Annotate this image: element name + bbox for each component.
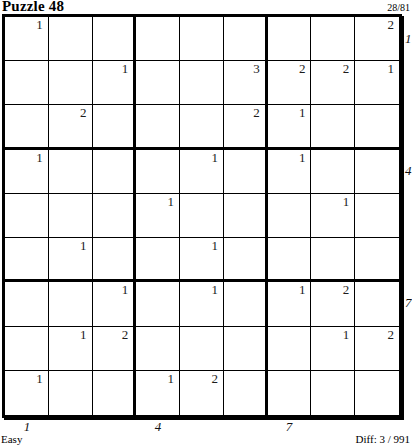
page-title: Puzzle 48: [2, 0, 64, 14]
cell-r8c8[interactable]: 1: [311, 327, 355, 371]
cell-r8c5[interactable]: [180, 327, 224, 371]
puzzle-page: Puzzle 48 28/81 121322122111111111112121…: [0, 0, 412, 446]
row-coordinate-label-7: 7: [405, 296, 412, 309]
cell-r5c4[interactable]: 1: [136, 194, 180, 238]
cell-r4c3[interactable]: [93, 150, 137, 194]
cell-r8c3[interactable]: 2: [93, 327, 137, 371]
cell-r8c4[interactable]: [136, 327, 180, 371]
cell-r9c9[interactable]: [355, 371, 399, 415]
cell-r1c6[interactable]: [224, 17, 268, 61]
cell-r2c3[interactable]: 1: [93, 61, 137, 105]
cell-r3c1[interactable]: [5, 105, 49, 149]
cell-r6c1[interactable]: [5, 238, 49, 282]
cell-r7c6[interactable]: [224, 282, 268, 326]
cell-r9c1[interactable]: 1: [5, 371, 49, 415]
cell-r1c9[interactable]: 2: [355, 17, 399, 61]
column-coordinate-label-4: 4: [155, 420, 162, 433]
cell-r3c9[interactable]: [355, 105, 399, 149]
cell-r9c2[interactable]: [49, 371, 93, 415]
cell-r2c6[interactable]: 3: [224, 61, 268, 105]
cell-r8c7[interactable]: [268, 327, 312, 371]
cell-r5c5[interactable]: [180, 194, 224, 238]
cell-r6c3[interactable]: [93, 238, 137, 282]
cell-r3c6[interactable]: 2: [224, 105, 268, 149]
column-coordinate-label-7: 7: [286, 420, 293, 433]
clue-counter: 28/81: [387, 3, 410, 13]
cell-r7c1[interactable]: [5, 282, 49, 326]
cell-r4c1[interactable]: 1: [5, 150, 49, 194]
cell-r9c3[interactable]: [93, 371, 137, 415]
difficulty-score: Diff: 3 / 991: [356, 433, 411, 445]
cell-r4c6[interactable]: [224, 150, 268, 194]
cell-r9c4[interactable]: 1: [136, 371, 180, 415]
cell-r1c8[interactable]: [311, 17, 355, 61]
cell-r2c8[interactable]: 2: [311, 61, 355, 105]
cell-r2c7[interactable]: 2: [268, 61, 312, 105]
cell-r3c4[interactable]: [136, 105, 180, 149]
cell-r8c9[interactable]: 2: [355, 327, 399, 371]
cell-r7c2[interactable]: [49, 282, 93, 326]
cell-r5c7[interactable]: [268, 194, 312, 238]
cell-r1c1[interactable]: 1: [5, 17, 49, 61]
cell-r4c9[interactable]: [355, 150, 399, 194]
cell-r3c7[interactable]: 1: [268, 105, 312, 149]
cell-r1c3[interactable]: [93, 17, 137, 61]
cell-r9c8[interactable]: [311, 371, 355, 415]
cell-r4c2[interactable]: [49, 150, 93, 194]
cell-r3c3[interactable]: [93, 105, 137, 149]
puzzle-board: 1213221221111111111121212112: [2, 14, 402, 418]
cell-r4c4[interactable]: [136, 150, 180, 194]
cell-r7c8[interactable]: 2: [311, 282, 355, 326]
cell-r8c6[interactable]: [224, 327, 268, 371]
cell-r5c2[interactable]: [49, 194, 93, 238]
column-coordinate-label-1: 1: [24, 420, 31, 433]
cell-r6c2[interactable]: 1: [49, 238, 93, 282]
cell-r4c5[interactable]: 1: [180, 150, 224, 194]
cell-r5c8[interactable]: 1: [311, 194, 355, 238]
cell-r2c1[interactable]: [5, 61, 49, 105]
cell-r4c8[interactable]: [311, 150, 355, 194]
cell-r5c1[interactable]: [5, 194, 49, 238]
cell-r3c2[interactable]: 2: [49, 105, 93, 149]
cell-r1c5[interactable]: [180, 17, 224, 61]
cell-r8c2[interactable]: 1: [49, 327, 93, 371]
cell-r7c3[interactable]: 1: [93, 282, 137, 326]
cell-r1c7[interactable]: [268, 17, 312, 61]
difficulty-label: Easy: [1, 433, 22, 445]
cell-r6c6[interactable]: [224, 238, 268, 282]
cell-r1c4[interactable]: [136, 17, 180, 61]
cell-r6c7[interactable]: [268, 238, 312, 282]
row-coordinate-label-4: 4: [405, 164, 412, 177]
cell-r7c4[interactable]: [136, 282, 180, 326]
cell-r9c7[interactable]: [268, 371, 312, 415]
cell-r3c5[interactable]: [180, 105, 224, 149]
cell-r4c7[interactable]: 1: [268, 150, 312, 194]
cell-r2c4[interactable]: [136, 61, 180, 105]
cell-r6c4[interactable]: [136, 238, 180, 282]
cell-r9c6[interactable]: [224, 371, 268, 415]
row-coordinate-label-1: 1: [405, 32, 412, 45]
cell-r6c9[interactable]: [355, 238, 399, 282]
cell-r2c9[interactable]: 1: [355, 61, 399, 105]
cell-r6c8[interactable]: [311, 238, 355, 282]
cell-r9c5[interactable]: 2: [180, 371, 224, 415]
cell-r3c8[interactable]: [311, 105, 355, 149]
cell-r1c2[interactable]: [49, 17, 93, 61]
cell-r7c9[interactable]: [355, 282, 399, 326]
cell-r7c7[interactable]: 1: [268, 282, 312, 326]
cell-r2c2[interactable]: [49, 61, 93, 105]
cell-r8c1[interactable]: [5, 327, 49, 371]
cell-r5c6[interactable]: [224, 194, 268, 238]
cell-r7c5[interactable]: 1: [180, 282, 224, 326]
cell-r6c5[interactable]: 1: [180, 238, 224, 282]
cell-r2c5[interactable]: [180, 61, 224, 105]
cell-r5c9[interactable]: [355, 194, 399, 238]
cell-r5c3[interactable]: [93, 194, 137, 238]
